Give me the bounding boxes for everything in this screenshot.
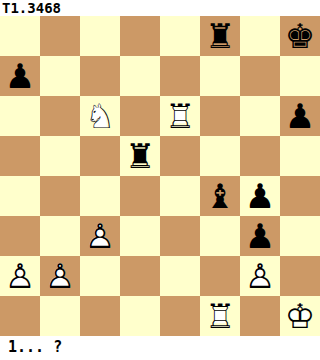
piece-fill: ♚ [280, 296, 320, 336]
square-g5[interactable] [240, 136, 280, 176]
square-c4[interactable] [80, 176, 120, 216]
white-pawn-icon: ♟♙ [40, 256, 80, 296]
black-pawn-icon: ♟ [240, 176, 280, 216]
square-e5[interactable] [160, 136, 200, 176]
square-g2[interactable]: ♟♙ [240, 256, 280, 296]
square-h1[interactable]: ♚♔ [280, 296, 320, 336]
square-b4[interactable] [40, 176, 80, 216]
square-g1[interactable] [240, 296, 280, 336]
square-d4[interactable] [120, 176, 160, 216]
square-f5[interactable] [200, 136, 240, 176]
square-c3[interactable]: ♟♙ [80, 216, 120, 256]
square-e6[interactable]: ♜♖ [160, 96, 200, 136]
piece-fill: ♟ [80, 216, 120, 256]
piece-fill: ♜ [160, 96, 200, 136]
square-c1[interactable] [80, 296, 120, 336]
square-g7[interactable] [240, 56, 280, 96]
piece-outline: ♙ [40, 256, 80, 296]
square-e4[interactable] [160, 176, 200, 216]
square-a7[interactable]: ♟ [0, 56, 40, 96]
white-king-icon: ♚♔ [280, 296, 320, 336]
piece-fill: ♟ [0, 256, 40, 296]
white-rook-icon: ♜♖ [160, 96, 200, 136]
square-b8[interactable] [40, 16, 80, 56]
white-pawn-icon: ♟♙ [80, 216, 120, 256]
square-b7[interactable] [40, 56, 80, 96]
square-g8[interactable] [240, 16, 280, 56]
square-d3[interactable] [120, 216, 160, 256]
square-a1[interactable] [0, 296, 40, 336]
black-pawn-icon: ♟ [240, 216, 280, 256]
square-f8[interactable]: ♜ [200, 16, 240, 56]
square-d7[interactable] [120, 56, 160, 96]
square-d5[interactable]: ♜ [120, 136, 160, 176]
square-f7[interactable] [200, 56, 240, 96]
piece-fill: ♞ [80, 96, 120, 136]
square-e1[interactable] [160, 296, 200, 336]
white-pawn-icon: ♟♙ [0, 256, 40, 296]
square-c6[interactable]: ♞♘ [80, 96, 120, 136]
square-d1[interactable] [120, 296, 160, 336]
piece-outline: ♔ [280, 296, 320, 336]
square-h2[interactable] [280, 256, 320, 296]
puzzle-title: T1.3468 [0, 0, 320, 16]
black-pawn-icon: ♟ [280, 96, 320, 136]
square-a8[interactable] [0, 16, 40, 56]
white-knight-icon: ♞♘ [80, 96, 120, 136]
piece-outline: ♖ [200, 296, 240, 336]
black-rook-icon: ♜ [200, 16, 240, 56]
piece-outline: ♙ [0, 256, 40, 296]
square-e2[interactable] [160, 256, 200, 296]
square-e8[interactable] [160, 16, 200, 56]
square-e7[interactable] [160, 56, 200, 96]
square-f1[interactable]: ♜♖ [200, 296, 240, 336]
square-h3[interactable] [280, 216, 320, 256]
square-b3[interactable] [40, 216, 80, 256]
square-d8[interactable] [120, 16, 160, 56]
square-a6[interactable] [0, 96, 40, 136]
square-d6[interactable] [120, 96, 160, 136]
square-h8[interactable]: ♚ [280, 16, 320, 56]
move-prompt: 1... ? [0, 336, 320, 360]
piece-fill: ♟ [240, 256, 280, 296]
square-c5[interactable] [80, 136, 120, 176]
square-b6[interactable] [40, 96, 80, 136]
white-rook-icon: ♜♖ [200, 296, 240, 336]
square-c8[interactable] [80, 16, 120, 56]
piece-outline: ♙ [240, 256, 280, 296]
square-h7[interactable] [280, 56, 320, 96]
square-f3[interactable] [200, 216, 240, 256]
piece-outline: ♖ [160, 96, 200, 136]
white-pawn-icon: ♟♙ [240, 256, 280, 296]
square-f6[interactable] [200, 96, 240, 136]
square-a3[interactable] [0, 216, 40, 256]
black-pawn-icon: ♟ [0, 56, 40, 96]
black-rook-icon: ♜ [120, 136, 160, 176]
square-f4[interactable]: ♝ [200, 176, 240, 216]
square-c7[interactable] [80, 56, 120, 96]
square-c2[interactable] [80, 256, 120, 296]
chess-board: ♜♚♟♞♘♜♖♟♜♝♟♟♙♟♟♙♟♙♟♙♜♖♚♔ [0, 16, 320, 336]
piece-fill: ♟ [40, 256, 80, 296]
piece-fill: ♜ [200, 296, 240, 336]
square-g4[interactable]: ♟ [240, 176, 280, 216]
square-a4[interactable] [0, 176, 40, 216]
black-king-icon: ♚ [280, 16, 320, 56]
square-h6[interactable]: ♟ [280, 96, 320, 136]
black-bishop-icon: ♝ [200, 176, 240, 216]
square-e3[interactable] [160, 216, 200, 256]
square-f2[interactable] [200, 256, 240, 296]
square-a2[interactable]: ♟♙ [0, 256, 40, 296]
square-b1[interactable] [40, 296, 80, 336]
square-b5[interactable] [40, 136, 80, 176]
square-g6[interactable] [240, 96, 280, 136]
square-a5[interactable] [0, 136, 40, 176]
square-b2[interactable]: ♟♙ [40, 256, 80, 296]
piece-outline: ♙ [80, 216, 120, 256]
piece-outline: ♘ [80, 96, 120, 136]
square-g3[interactable]: ♟ [240, 216, 280, 256]
square-h4[interactable] [280, 176, 320, 216]
square-d2[interactable] [120, 256, 160, 296]
square-h5[interactable] [280, 136, 320, 176]
